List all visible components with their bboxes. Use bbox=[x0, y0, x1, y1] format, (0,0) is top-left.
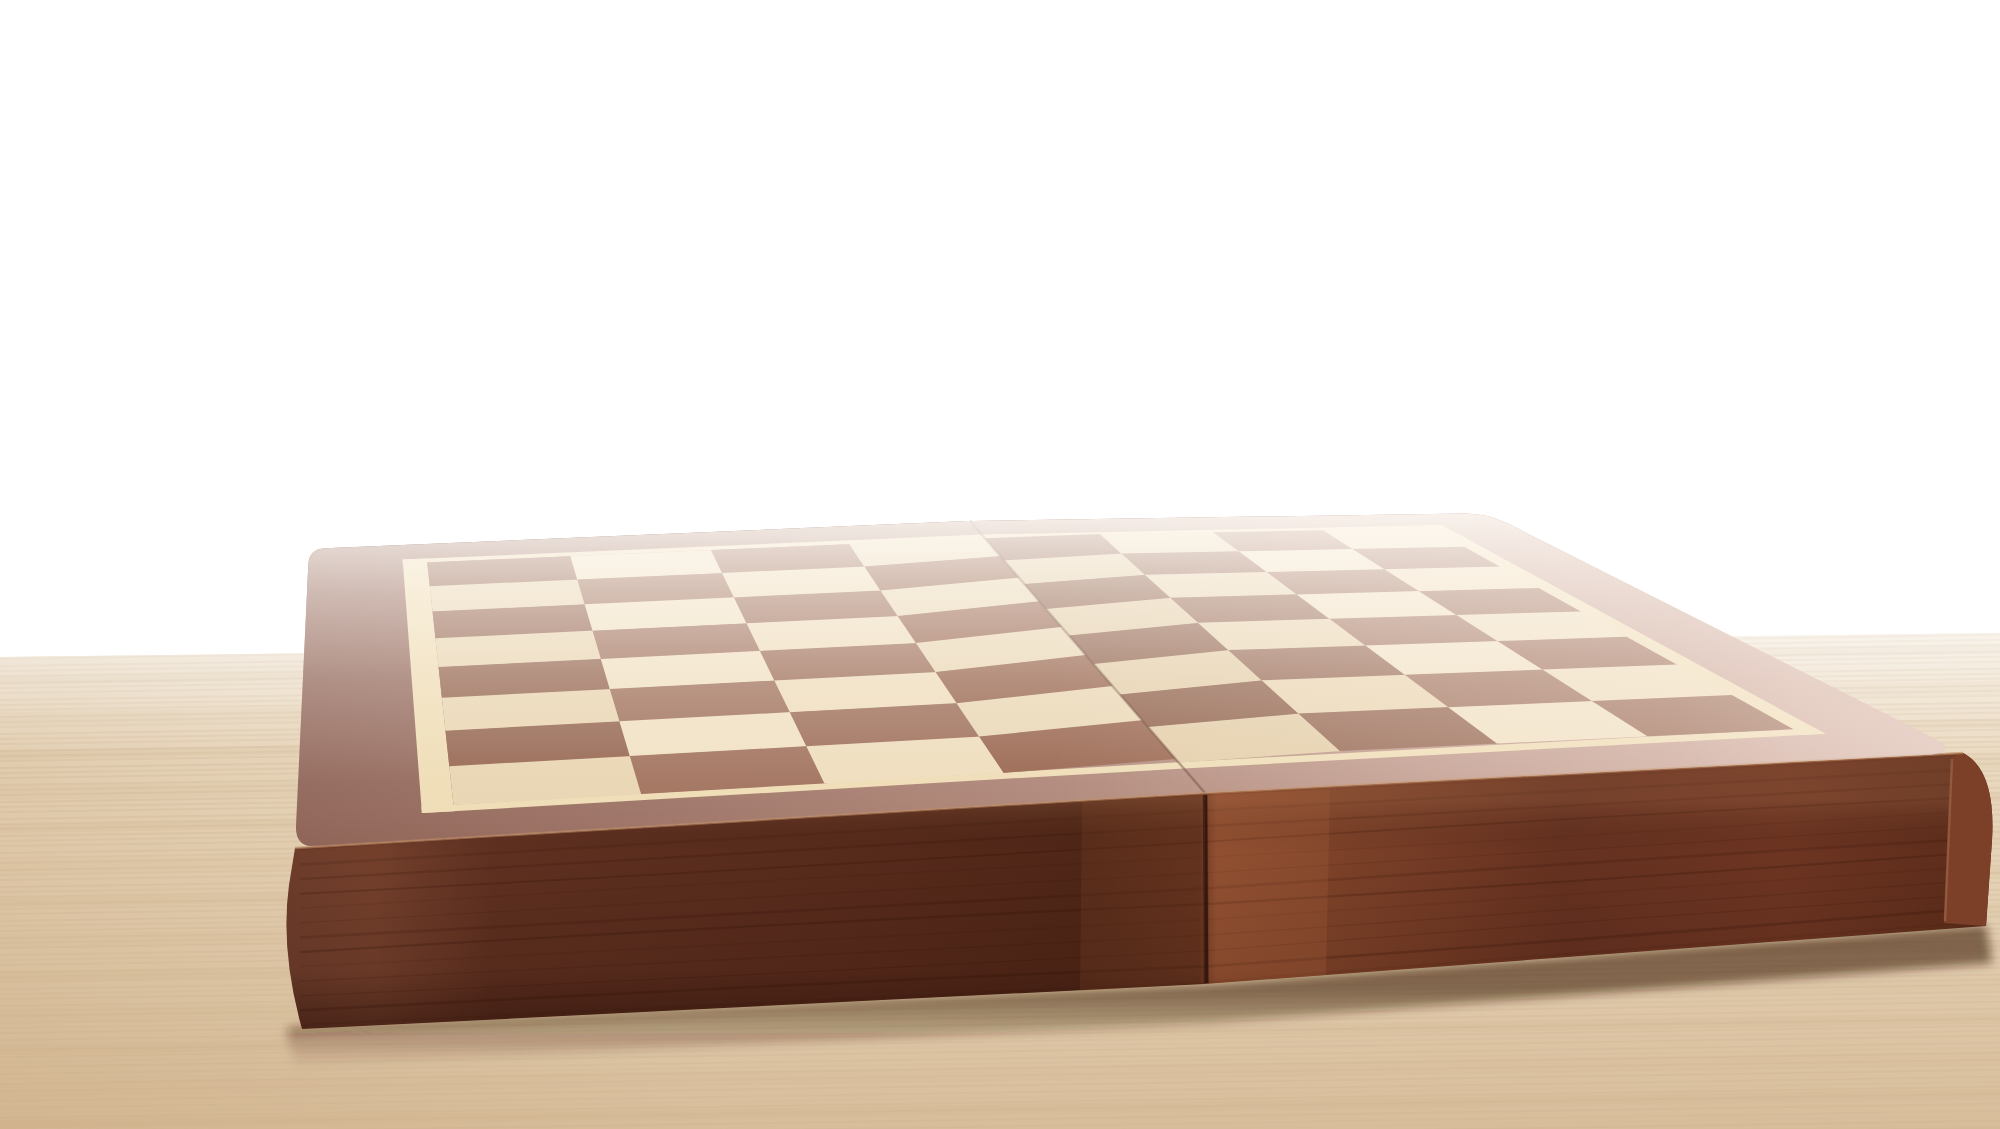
photo-stage: Empty folding wooden chess board (sheesh… bbox=[0, 0, 2000, 1129]
chessboard-photo bbox=[0, 0, 2000, 1129]
fold-seam bbox=[1205, 795, 1206, 983]
fold-seam-endgrain-left bbox=[1080, 794, 1205, 991]
fold-seam-endgrain bbox=[1208, 789, 1330, 983]
